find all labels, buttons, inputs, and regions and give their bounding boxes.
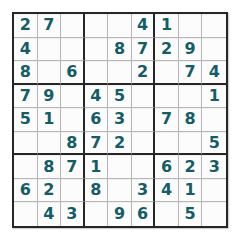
cell-r5c7[interactable]: 7 xyxy=(155,108,179,132)
cell-r2c6[interactable]: 7 xyxy=(132,38,156,62)
cell-r8c2[interactable]: 2 xyxy=(38,179,62,203)
cell-r1c6[interactable]: 4 xyxy=(132,14,156,38)
cell-r5c2[interactable]: 1 xyxy=(38,108,62,132)
cell-r9c2[interactable]: 4 xyxy=(38,202,62,226)
sudoku-page: 2741487298627479451516378872587162362834… xyxy=(0,0,240,240)
cell-r9c6[interactable]: 6 xyxy=(132,202,156,226)
cell-r8c8[interactable]: 1 xyxy=(179,179,203,203)
cell-r5c6[interactable] xyxy=(132,108,156,132)
cell-r7c6[interactable] xyxy=(132,155,156,179)
cell-r9c8[interactable]: 5 xyxy=(179,202,203,226)
cell-r5c8[interactable]: 8 xyxy=(179,108,203,132)
cell-r6c6[interactable] xyxy=(132,132,156,156)
cell-r4c1[interactable]: 7 xyxy=(14,85,38,109)
cell-r8c3[interactable] xyxy=(61,179,85,203)
cell-r4c9[interactable]: 1 xyxy=(202,85,226,109)
cell-r8c1[interactable]: 6 xyxy=(14,179,38,203)
cell-r7c1[interactable] xyxy=(14,155,38,179)
cell-r8c4[interactable]: 8 xyxy=(85,179,109,203)
cell-r3c9[interactable]: 4 xyxy=(202,61,226,85)
cell-r2c9[interactable] xyxy=(202,38,226,62)
cell-r5c3[interactable] xyxy=(61,108,85,132)
cell-r7c4[interactable]: 1 xyxy=(85,155,109,179)
cell-r1c9[interactable] xyxy=(202,14,226,38)
cell-r7c9[interactable]: 3 xyxy=(202,155,226,179)
cell-r1c1[interactable]: 2 xyxy=(14,14,38,38)
cell-r3c8[interactable]: 7 xyxy=(179,61,203,85)
cell-r8c6[interactable]: 3 xyxy=(132,179,156,203)
cell-r8c5[interactable] xyxy=(108,179,132,203)
cell-r5c1[interactable]: 5 xyxy=(14,108,38,132)
cell-r4c6[interactable] xyxy=(132,85,156,109)
cell-r2c3[interactable] xyxy=(61,38,85,62)
cell-r4c5[interactable]: 5 xyxy=(108,85,132,109)
cell-r7c8[interactable]: 2 xyxy=(179,155,203,179)
cell-r3c3[interactable]: 6 xyxy=(61,61,85,85)
cell-r1c4[interactable] xyxy=(85,14,109,38)
cell-r7c2[interactable]: 8 xyxy=(38,155,62,179)
cell-r2c5[interactable]: 8 xyxy=(108,38,132,62)
cell-r9c9[interactable] xyxy=(202,202,226,226)
cell-r4c4[interactable]: 4 xyxy=(85,85,109,109)
cell-r6c9[interactable]: 5 xyxy=(202,132,226,156)
cell-r2c4[interactable] xyxy=(85,38,109,62)
cell-r1c5[interactable] xyxy=(108,14,132,38)
cell-r2c8[interactable]: 9 xyxy=(179,38,203,62)
cell-r9c4[interactable] xyxy=(85,202,109,226)
cell-r3c6[interactable]: 2 xyxy=(132,61,156,85)
cell-r4c3[interactable] xyxy=(61,85,85,109)
cell-r9c5[interactable]: 9 xyxy=(108,202,132,226)
cell-r3c5[interactable] xyxy=(108,61,132,85)
cell-r4c8[interactable] xyxy=(179,85,203,109)
cell-r1c3[interactable] xyxy=(61,14,85,38)
cell-r2c2[interactable] xyxy=(38,38,62,62)
cell-r5c9[interactable] xyxy=(202,108,226,132)
cell-r9c7[interactable] xyxy=(155,202,179,226)
cell-r2c1[interactable]: 4 xyxy=(14,38,38,62)
cell-r7c3[interactable]: 7 xyxy=(61,155,85,179)
cell-r3c4[interactable] xyxy=(85,61,109,85)
cell-r9c3[interactable]: 3 xyxy=(61,202,85,226)
cell-r7c7[interactable]: 6 xyxy=(155,155,179,179)
cell-r4c7[interactable] xyxy=(155,85,179,109)
cell-r1c2[interactable]: 7 xyxy=(38,14,62,38)
cell-r3c1[interactable]: 8 xyxy=(14,61,38,85)
cell-r6c2[interactable] xyxy=(38,132,62,156)
cell-r5c5[interactable]: 3 xyxy=(108,108,132,132)
cell-r6c7[interactable] xyxy=(155,132,179,156)
cell-r1c8[interactable] xyxy=(179,14,203,38)
cell-r9c1[interactable] xyxy=(14,202,38,226)
cell-r8c7[interactable]: 4 xyxy=(155,179,179,203)
cell-r1c7[interactable]: 1 xyxy=(155,14,179,38)
cell-r3c2[interactable] xyxy=(38,61,62,85)
cell-r6c3[interactable]: 8 xyxy=(61,132,85,156)
cell-r6c1[interactable] xyxy=(14,132,38,156)
cell-r8c9[interactable] xyxy=(202,179,226,203)
cell-r6c4[interactable]: 7 xyxy=(85,132,109,156)
cell-r6c8[interactable] xyxy=(179,132,203,156)
sudoku-board: 2741487298627479451516378872587162362834… xyxy=(12,12,228,228)
cell-r6c5[interactable]: 2 xyxy=(108,132,132,156)
cell-r5c4[interactable]: 6 xyxy=(85,108,109,132)
cell-r7c5[interactable] xyxy=(108,155,132,179)
cell-r4c2[interactable]: 9 xyxy=(38,85,62,109)
cell-r2c7[interactable]: 2 xyxy=(155,38,179,62)
cell-r3c7[interactable] xyxy=(155,61,179,85)
